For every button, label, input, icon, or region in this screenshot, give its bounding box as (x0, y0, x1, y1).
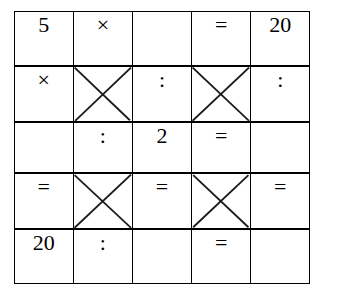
cross-out-icon (74, 174, 132, 228)
puzzle-page: 5 × = 20 × : : : 2 = = (0, 0, 340, 297)
cell-r1c5-given: 20 (251, 12, 309, 65)
cell-r4c2-blocked (74, 174, 132, 228)
cell-r4c4-blocked (192, 174, 250, 228)
cell-r2c2-blocked (74, 67, 132, 121)
cell-r3c3-given: 2 (133, 123, 191, 173)
cross-out-icon (192, 174, 250, 228)
cell-r5c3-answer-blank[interactable] (133, 230, 191, 283)
cell-r5c2-operator: : (74, 230, 132, 283)
cell-r1c2-operator: × (74, 12, 132, 65)
cell-r5c5-answer-blank[interactable] (251, 230, 309, 283)
cross-out-icon (74, 67, 132, 121)
cell-r2c4-blocked (192, 67, 250, 121)
cross-out-icon (192, 67, 250, 121)
cell-r2c3-operator: : (133, 67, 191, 121)
cell-r4c3-equals: = (133, 174, 191, 228)
cell-r1c3-answer-blank[interactable] (133, 12, 191, 65)
cell-r2c5-operator: : (251, 67, 309, 121)
cell-r4c5-equals: = (251, 174, 309, 228)
cell-r3c1-answer-blank[interactable] (15, 123, 73, 173)
cell-r3c4-equals: = (192, 123, 250, 173)
math-cross-puzzle-grid: 5 × = 20 × : : : 2 = = (14, 11, 310, 284)
cell-r5c4-equals: = (192, 230, 250, 283)
cell-r1c1-given: 5 (15, 12, 73, 65)
cell-r3c5-answer-blank[interactable] (251, 123, 309, 173)
cell-r5c1-given: 20 (15, 230, 73, 283)
cell-r2c1-operator: × (15, 67, 73, 121)
cell-r1c4-equals: = (192, 12, 250, 65)
cell-r3c2-operator: : (74, 123, 132, 173)
cell-r4c1-equals: = (15, 174, 73, 228)
